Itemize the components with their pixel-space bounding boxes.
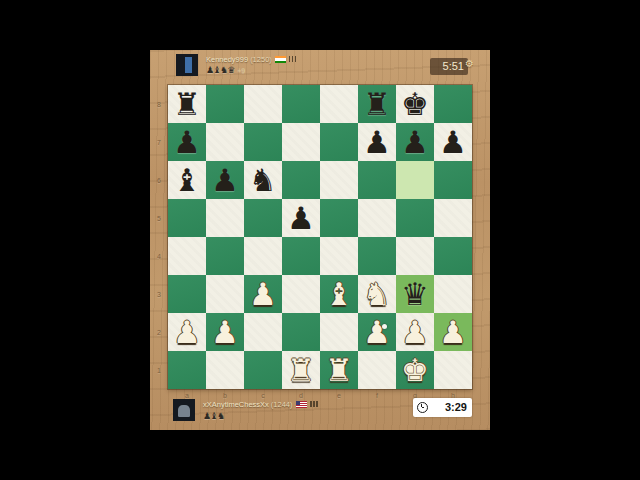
square-h1[interactable]	[434, 351, 472, 389]
square-d8[interactable]	[282, 85, 320, 123]
square-f6[interactable]	[358, 161, 396, 199]
chess-board: ♜♜♚♟♟♟♟♝♟♞♟♟♝♞♛♟♟♟♟♟♜♜♚	[168, 85, 472, 389]
bottom-player-rating: (1244)	[271, 400, 293, 409]
black-pawn: ♟	[282, 199, 320, 237]
square-g6[interactable]	[396, 161, 434, 199]
bottom-captured-pieces: ♟♝♞	[203, 411, 224, 421]
square-a5[interactable]	[168, 199, 206, 237]
square-c4[interactable]	[244, 237, 282, 275]
square-c2[interactable]	[244, 313, 282, 351]
square-f1[interactable]	[358, 351, 396, 389]
square-b3[interactable]	[206, 275, 244, 313]
square-g5[interactable]	[396, 199, 434, 237]
square-f8[interactable]: ♜	[358, 85, 396, 123]
rank-label-1: 1	[152, 351, 166, 389]
square-d4[interactable]	[282, 237, 320, 275]
square-g1[interactable]: ♚	[396, 351, 434, 389]
bottom-player-avatar[interactable]	[173, 399, 195, 421]
black-pawn: ♟	[434, 123, 472, 161]
white-pawn: ♟	[168, 313, 206, 351]
square-g8[interactable]: ♚	[396, 85, 434, 123]
captured-glyphs: ♟♝♞	[203, 411, 224, 421]
rank-label-6: 6	[152, 161, 166, 199]
rank-label-5: 5	[152, 199, 166, 237]
square-a4[interactable]	[168, 237, 206, 275]
square-f5[interactable]	[358, 199, 396, 237]
square-e7[interactable]	[320, 123, 358, 161]
square-c8[interactable]	[244, 85, 282, 123]
white-knight: ♞	[358, 275, 396, 313]
square-h3[interactable]	[434, 275, 472, 313]
square-h2[interactable]: ♟	[434, 313, 472, 351]
black-pawn: ♟	[168, 123, 206, 161]
black-pawn: ♟	[206, 161, 244, 199]
square-g4[interactable]	[396, 237, 434, 275]
file-label-e: e	[320, 391, 358, 400]
black-queen: ♛	[396, 275, 434, 313]
square-a7[interactable]: ♟	[168, 123, 206, 161]
square-e1[interactable]: ♜	[320, 351, 358, 389]
square-g3[interactable]: ♛	[396, 275, 434, 313]
square-d7[interactable]	[282, 123, 320, 161]
top-captured-pieces: ♟♝♞♛+9	[206, 65, 245, 76]
top-player-clock: 5:51	[430, 58, 468, 75]
square-f7[interactable]: ♟	[358, 123, 396, 161]
square-a1[interactable]	[168, 351, 206, 389]
square-b1[interactable]	[206, 351, 244, 389]
square-c5[interactable]	[244, 199, 282, 237]
square-e8[interactable]	[320, 85, 358, 123]
black-rook: ♜	[358, 85, 396, 123]
square-a6[interactable]: ♝	[168, 161, 206, 199]
gear-icon[interactable]: ⚙	[465, 58, 474, 70]
square-c6[interactable]: ♞	[244, 161, 282, 199]
signal-bars-icon	[310, 401, 319, 407]
wooden-table-panel: Kennedy999(1250) ♟♝♞♛+9 5:51 ⚙ 87654321 …	[150, 50, 490, 430]
square-h5[interactable]	[434, 199, 472, 237]
square-e3[interactable]: ♝	[320, 275, 358, 313]
square-h7[interactable]: ♟	[434, 123, 472, 161]
square-f3[interactable]: ♞	[358, 275, 396, 313]
clock-icon	[417, 402, 428, 413]
square-h6[interactable]	[434, 161, 472, 199]
square-b7[interactable]	[206, 123, 244, 161]
square-h4[interactable]	[434, 237, 472, 275]
square-d6[interactable]	[282, 161, 320, 199]
usa-flag-icon	[296, 401, 307, 408]
white-pawn: ♟	[396, 313, 434, 351]
black-knight: ♞	[244, 161, 282, 199]
square-g2[interactable]: ♟	[396, 313, 434, 351]
square-a3[interactable]	[168, 275, 206, 313]
square-e4[interactable]	[320, 237, 358, 275]
square-d2[interactable]	[282, 313, 320, 351]
rank-label-3: 3	[152, 275, 166, 313]
square-g7[interactable]: ♟	[396, 123, 434, 161]
rank-label-8: 8	[152, 85, 166, 123]
square-e2[interactable]	[320, 313, 358, 351]
square-h8[interactable]	[434, 85, 472, 123]
bottom-player-name: xXAnytimeChessXx	[203, 400, 269, 409]
avatar-image	[178, 405, 190, 417]
square-b8[interactable]	[206, 85, 244, 123]
file-label-b: b	[206, 391, 244, 400]
file-label-d: d	[282, 391, 320, 400]
square-d3[interactable]	[282, 275, 320, 313]
black-king: ♚	[396, 85, 434, 123]
square-b6[interactable]: ♟	[206, 161, 244, 199]
square-a2[interactable]: ♟	[168, 313, 206, 351]
mouse-cursor-dot	[382, 324, 387, 329]
square-d1[interactable]: ♜	[282, 351, 320, 389]
square-b2[interactable]: ♟	[206, 313, 244, 351]
square-c3[interactable]: ♟	[244, 275, 282, 313]
top-player-rating: (1250)	[250, 55, 272, 64]
white-rook: ♜	[320, 351, 358, 389]
top-player-name: Kennedy999	[206, 55, 248, 64]
white-pawn: ♟	[434, 313, 472, 351]
white-pawn: ♟	[244, 275, 282, 313]
top-player-name-row: Kennedy999(1250)	[206, 55, 298, 64]
square-b4[interactable]	[206, 237, 244, 275]
square-c1[interactable]	[244, 351, 282, 389]
square-a8[interactable]: ♜	[168, 85, 206, 123]
file-label-f: f	[358, 391, 396, 400]
flag-canton	[296, 401, 301, 405]
black-bishop: ♝	[168, 161, 206, 199]
white-pawn: ♟	[206, 313, 244, 351]
black-rook: ♜	[168, 85, 206, 123]
rank-labels: 87654321	[152, 85, 166, 389]
signal-bars-icon	[289, 56, 298, 62]
india-flag-icon	[275, 56, 286, 63]
material-advantage: +9	[237, 67, 245, 74]
square-e5[interactable]	[320, 199, 358, 237]
square-f2[interactable]: ♟	[358, 313, 396, 351]
top-player-avatar[interactable]	[176, 54, 198, 76]
rank-label-4: 4	[152, 237, 166, 275]
white-rook: ♜	[282, 351, 320, 389]
black-pawn: ♟	[358, 123, 396, 161]
captured-glyphs: ♟♝♞♛	[206, 65, 234, 75]
rank-label-7: 7	[152, 123, 166, 161]
bottom-player-clock: 3:29	[413, 398, 472, 417]
square-e6[interactable]	[320, 161, 358, 199]
rank-label-2: 2	[152, 313, 166, 351]
bottom-clock-time: 3:29	[428, 398, 472, 417]
square-f4[interactable]	[358, 237, 396, 275]
bottom-player-name-row: xXAnytimeChessXx(1244)	[203, 400, 319, 409]
square-b5[interactable]	[206, 199, 244, 237]
black-pawn: ♟	[396, 123, 434, 161]
white-bishop: ♝	[320, 275, 358, 313]
avatar-image	[185, 57, 192, 73]
white-pawn: ♟	[358, 313, 396, 351]
square-c7[interactable]	[244, 123, 282, 161]
file-label-c: c	[244, 391, 282, 400]
square-d5[interactable]: ♟	[282, 199, 320, 237]
white-king: ♚	[396, 351, 434, 389]
